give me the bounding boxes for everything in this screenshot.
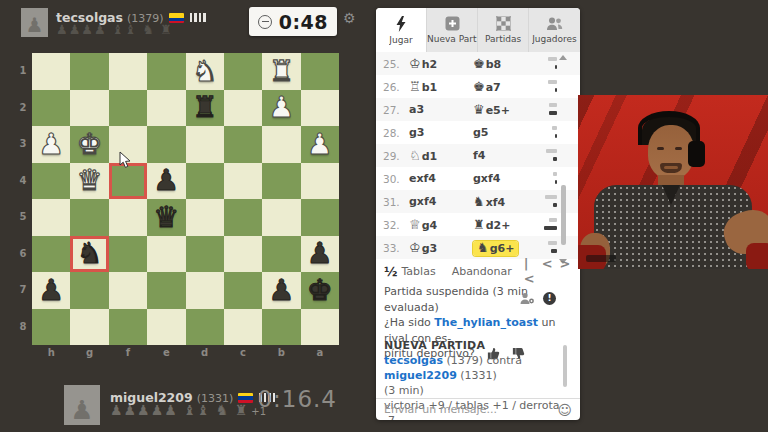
- square-b3[interactable]: [262, 126, 300, 163]
- move-list: 25.♔h2♚b826.♖b1♚a727.a3♛e5+28.g3g529.♘d1…: [376, 52, 580, 259]
- square-e5[interactable]: ♛: [147, 199, 185, 236]
- square-e3[interactable]: [147, 126, 185, 163]
- move-number: 26.: [383, 81, 409, 93]
- move-number: 28.: [383, 127, 409, 139]
- square-c3[interactable]: [224, 126, 262, 163]
- white-time-bar: [545, 195, 557, 199]
- square-e1[interactable]: [147, 53, 185, 90]
- white-time-bar: [549, 103, 557, 107]
- square-g8[interactable]: [70, 309, 108, 346]
- black-q-e5: ♛: [153, 203, 179, 232]
- black-move-30[interactable]: gxf4: [473, 172, 537, 185]
- black-time-bar: [555, 134, 557, 138]
- black-time-bar: [555, 65, 557, 69]
- white-move-33[interactable]: ♔g3: [409, 240, 473, 255]
- white-move-31[interactable]: gxf4: [409, 195, 473, 208]
- move-row: 31.gxf4♞xf4: [376, 190, 580, 213]
- move-number: 27.: [383, 104, 409, 116]
- figurine-icon: ♔: [409, 56, 421, 71]
- square-a3[interactable]: ♟: [301, 126, 339, 163]
- tab-label: Jugar: [389, 35, 412, 45]
- white-move-29[interactable]: ♘d1: [409, 148, 473, 163]
- figurine-icon: ♞: [473, 194, 485, 209]
- black-time-bar: [549, 111, 557, 115]
- white-time-bar: [548, 80, 557, 84]
- mouth: [664, 166, 678, 169]
- square-h8[interactable]: [32, 309, 70, 346]
- move-number: 29.: [383, 150, 409, 162]
- square-d1[interactable]: ♞: [186, 53, 224, 90]
- rank-label-6: 6: [18, 236, 28, 273]
- square-e6[interactable]: [147, 236, 185, 273]
- chess-board: ♞♜♜♟♟♚♟♛♟♛♞♟♟♟♚: [32, 53, 339, 345]
- clock-white: 0:48: [249, 7, 337, 36]
- black-r-d2: ♜: [192, 93, 218, 122]
- tab-partidas[interactable]: Partidas: [478, 8, 529, 52]
- san-text: a3: [409, 103, 424, 116]
- user-settings-icon[interactable]: [520, 292, 535, 305]
- square-h1[interactable]: [32, 53, 70, 90]
- rank-label-4: 4: [18, 163, 28, 200]
- white-p-h3: ♟: [38, 130, 64, 159]
- square-c8[interactable]: [224, 309, 262, 346]
- square-a8[interactable]: [301, 309, 339, 346]
- player2-rating: (1331): [457, 369, 497, 382]
- white-time-bar: [549, 218, 557, 222]
- square-d5[interactable]: [186, 199, 224, 236]
- draw-half-icon: ½: [384, 264, 397, 279]
- avatar: ♟: [21, 8, 48, 37]
- black-k-a7: ♚: [307, 276, 333, 305]
- san-text: d1: [422, 150, 438, 163]
- file-label-g: g: [70, 347, 108, 358]
- move-row: 30.exf4gxf4: [376, 167, 580, 190]
- player1-rating: (1379): [443, 354, 487, 367]
- san-text: b1: [422, 81, 438, 94]
- square-g2[interactable]: [70, 90, 108, 127]
- white-q-g4: ♛: [77, 166, 103, 195]
- white-move-32[interactable]: ♕g4: [409, 217, 473, 232]
- square-f7[interactable]: [109, 272, 147, 309]
- file-label-d: d: [186, 347, 224, 358]
- checkerboard-icon: [496, 16, 511, 31]
- lichess-panel: JugarNueva Part...PartidasJugadores 25.♔…: [376, 8, 580, 420]
- move-row: 29.♘d1f4: [376, 144, 580, 167]
- black-move-31[interactable]: ♞xf4: [473, 194, 537, 209]
- san-text: e5+: [486, 104, 510, 117]
- white-move-26[interactable]: ♖b1: [409, 79, 473, 94]
- rank-label-2: 2: [18, 90, 28, 127]
- square-d2[interactable]: ♜: [186, 90, 224, 127]
- emoji-icon[interactable]: ☺: [557, 402, 572, 418]
- square-c2[interactable]: [224, 90, 262, 127]
- black-time-bar: [555, 88, 557, 92]
- square-f6[interactable]: [109, 236, 147, 273]
- black-move-28[interactable]: g5: [473, 126, 537, 139]
- white-p-a3: ♟: [307, 130, 333, 159]
- nav-prev-button[interactable]: <: [542, 256, 551, 286]
- file-label-c: c: [224, 347, 262, 358]
- black-move-29[interactable]: f4: [473, 149, 537, 162]
- eye: [675, 147, 682, 150]
- san-text: b8: [486, 58, 502, 71]
- square-g3[interactable]: ♚: [70, 126, 108, 163]
- tab-nueva-part-[interactable]: Nueva Part...: [427, 8, 478, 52]
- white-p-b2: ♟: [268, 93, 294, 122]
- opponent-link[interactable]: The_hylian_toast: [434, 316, 538, 329]
- san-text: exf4: [409, 172, 436, 185]
- move-number: 25.: [383, 58, 409, 70]
- square-b8[interactable]: [262, 309, 300, 346]
- move-row: 27.a3♛e5+: [376, 98, 580, 121]
- square-a2[interactable]: [301, 90, 339, 127]
- headphone-earcup-icon: [688, 141, 705, 167]
- black-time-bar: [555, 180, 557, 184]
- square-d6[interactable]: [186, 236, 224, 273]
- black-p-e4: ♟: [153, 166, 179, 195]
- white-time-bar: [548, 57, 557, 61]
- square-e4[interactable]: ♟: [147, 163, 185, 200]
- figurine-icon: ♛: [473, 102, 485, 117]
- square-c1[interactable]: [224, 53, 262, 90]
- time-control: (3 min): [384, 383, 564, 398]
- san-text: g4: [422, 219, 438, 232]
- chat-text: ¿Ha sido: [384, 316, 434, 329]
- avatar: ♟: [64, 385, 100, 425]
- black-p-b7: ♟: [268, 276, 294, 305]
- square-b2[interactable]: ♟: [262, 90, 300, 127]
- square-d3[interactable]: [186, 126, 224, 163]
- webcam: [578, 95, 768, 269]
- tab-label: Nueva Part...: [427, 34, 477, 44]
- square-g4[interactable]: ♛: [70, 163, 108, 200]
- nav-next-button[interactable]: >: [560, 256, 569, 286]
- rank-label-5: 5: [18, 199, 28, 236]
- black-time-bar: [544, 226, 557, 230]
- square-c4[interactable]: [224, 163, 262, 200]
- move-number: 31.: [383, 196, 409, 208]
- moretime-icon[interactable]: [258, 15, 272, 29]
- square-h7[interactable]: ♟: [32, 272, 70, 309]
- tab-jugar[interactable]: Jugar: [376, 8, 427, 52]
- white-move-25[interactable]: ♔h2: [409, 56, 473, 71]
- move-row: 28.g3g5: [376, 121, 580, 144]
- san-text: g3: [422, 242, 438, 255]
- player1-link[interactable]: tecsolgas: [384, 354, 443, 367]
- black-time-bar: [553, 157, 557, 161]
- square-f5[interactable]: [109, 199, 147, 236]
- san-text: a7: [486, 81, 501, 94]
- captured-glyphs: ♟♟♟♟♟ ♝♝ ♞ ♜: [110, 402, 248, 418]
- square-c7[interactable]: [224, 272, 262, 309]
- file-label-h: h: [32, 347, 70, 358]
- file-label-f: f: [109, 347, 147, 358]
- file-label-e: e: [147, 347, 185, 358]
- white-time-bar: [546, 149, 557, 153]
- black-move-27[interactable]: ♛e5+: [473, 102, 537, 117]
- clock-white-time: 0:48: [272, 11, 328, 33]
- file-label-a: a: [301, 347, 339, 358]
- square-d7[interactable]: [186, 272, 224, 309]
- square-f8[interactable]: [109, 309, 147, 346]
- square-f1[interactable]: [109, 53, 147, 90]
- rank-label-1: 1: [18, 53, 28, 90]
- tab-bar: JugarNueva Part...PartidasJugadores: [376, 8, 580, 52]
- tab-label: Jugadores: [532, 34, 577, 44]
- gear-icon[interactable]: ⚙: [343, 10, 356, 26]
- eye: [657, 147, 664, 150]
- move-number: 32.: [383, 219, 409, 231]
- player2-link[interactable]: miguel2209: [384, 369, 457, 382]
- square-d4[interactable]: [186, 163, 224, 200]
- san-text: h2: [422, 58, 438, 71]
- move-number: 33.: [383, 242, 409, 254]
- plus-square-icon: [445, 16, 460, 31]
- draw-button[interactable]: Tablas: [401, 265, 435, 278]
- san-text: xf4: [486, 196, 506, 209]
- move-list-scrollbar[interactable]: [561, 185, 566, 245]
- white-move-30[interactable]: exf4: [409, 172, 473, 185]
- alert-icon[interactable]: !: [543, 292, 556, 305]
- signal-bars-icon: [190, 13, 206, 22]
- black-p-h7: ♟: [38, 276, 64, 305]
- square-a5[interactable]: [301, 199, 339, 236]
- new-game-header: NUEVA PARTIDA: [384, 338, 564, 353]
- san-text: d2+: [486, 219, 511, 232]
- square-b1[interactable]: ♜: [262, 53, 300, 90]
- square-g7[interactable]: [70, 272, 108, 309]
- square-g6[interactable]: ♞: [70, 236, 108, 273]
- rank-label-7: 7: [18, 272, 28, 309]
- white-move-28[interactable]: g3: [409, 126, 473, 139]
- san-text: gxf4: [409, 195, 436, 208]
- move-row: 32.♕g4♜d2+: [376, 213, 580, 236]
- square-h5[interactable]: [32, 199, 70, 236]
- square-c5[interactable]: [224, 199, 262, 236]
- move-row: 25.♔h2♚b8: [376, 52, 580, 75]
- square-a6[interactable]: ♟: [301, 236, 339, 273]
- square-f2[interactable]: [109, 90, 147, 127]
- mouse-cursor: [119, 151, 132, 169]
- square-b7[interactable]: ♟: [262, 272, 300, 309]
- white-time-bar: [552, 126, 557, 130]
- square-e7[interactable]: [147, 272, 185, 309]
- chat-input-placeholder: Enviar un mensaje...: [384, 403, 557, 416]
- square-h3[interactable]: ♟: [32, 126, 70, 163]
- square-g5[interactable]: [70, 199, 108, 236]
- rank-label-3: 3: [18, 126, 28, 163]
- figurine-icon: ♔: [409, 240, 421, 255]
- square-e2[interactable]: [147, 90, 185, 127]
- lightning-icon: [395, 16, 407, 32]
- black-move-33[interactable]: ♞g6+: [473, 240, 537, 255]
- san-text: g5: [473, 126, 489, 139]
- figurine-icon: ♘: [409, 148, 421, 163]
- square-a7[interactable]: ♚: [301, 272, 339, 309]
- square-h2[interactable]: [32, 90, 70, 127]
- pawn-avatar-icon: ♟: [26, 13, 44, 37]
- black-p-a6: ♟: [307, 239, 333, 268]
- black-move-25[interactable]: ♚b8: [473, 56, 537, 71]
- white-k-g3: ♚: [77, 130, 103, 159]
- square-a4[interactable]: [301, 163, 339, 200]
- white-r-b1: ♜: [268, 57, 294, 86]
- vs-text: contra: [487, 354, 522, 367]
- figurine-icon: ♞: [477, 240, 489, 255]
- pawn-avatar-icon: ♟: [70, 395, 93, 425]
- square-h6[interactable]: [32, 236, 70, 273]
- san-text: gxf4: [473, 172, 500, 185]
- san-text: g6+: [490, 242, 515, 255]
- square-e8[interactable]: [147, 309, 185, 346]
- chat-scrollbar[interactable]: [563, 345, 567, 387]
- white-time-bar: [548, 241, 557, 245]
- tab-label: Partidas: [485, 34, 521, 44]
- chair: [746, 243, 768, 269]
- move-row: 26.♖b1♚a7: [376, 75, 580, 98]
- nav-first-button[interactable]: |<: [524, 256, 533, 286]
- tab-jugadores[interactable]: Jugadores: [529, 8, 580, 52]
- chat-input[interactable]: Enviar un mensaje... ☺: [376, 398, 580, 420]
- rank-label-8: 8: [18, 309, 28, 346]
- black-move-26[interactable]: ♚a7: [473, 79, 537, 94]
- figurine-icon: ♚: [473, 56, 485, 71]
- square-g1[interactable]: [70, 53, 108, 90]
- figurine-icon: ♜: [473, 217, 485, 232]
- black-move-32[interactable]: ♜d2+: [473, 217, 537, 232]
- black-time-bar: [551, 249, 557, 253]
- black-n-g6: ♞: [77, 239, 103, 268]
- square-d8[interactable]: [186, 309, 224, 346]
- square-b5[interactable]: [262, 199, 300, 236]
- figurine-icon: ♖: [409, 79, 421, 94]
- square-b4[interactable]: [262, 163, 300, 200]
- players-icon: [546, 17, 563, 31]
- square-a1[interactable]: [301, 53, 339, 90]
- san-text: g3: [409, 126, 425, 139]
- caption-smudge: [586, 255, 616, 262]
- white-n-d1: ♞: [192, 57, 218, 86]
- move-number: 30.: [383, 173, 409, 185]
- captured-pieces-top: ♟♟♟♟ ♝♝ ♞ ♜: [56, 22, 173, 37]
- square-b6[interactable]: [262, 236, 300, 273]
- scroll-up-arrow[interactable]: [559, 55, 567, 60]
- clock-black-time: 0:16.4: [230, 386, 337, 412]
- san-text: f4: [473, 149, 485, 162]
- file-label-b: b: [262, 347, 300, 358]
- resign-button[interactable]: Abandonar: [452, 265, 512, 278]
- square-h4[interactable]: [32, 163, 70, 200]
- figurine-icon: ♕: [409, 217, 421, 232]
- square-c6[interactable]: [224, 236, 262, 273]
- black-time-bar: [553, 203, 557, 207]
- white-time-bar: [553, 172, 557, 176]
- figurine-icon: ♚: [473, 79, 485, 94]
- white-move-27[interactable]: a3: [409, 103, 473, 116]
